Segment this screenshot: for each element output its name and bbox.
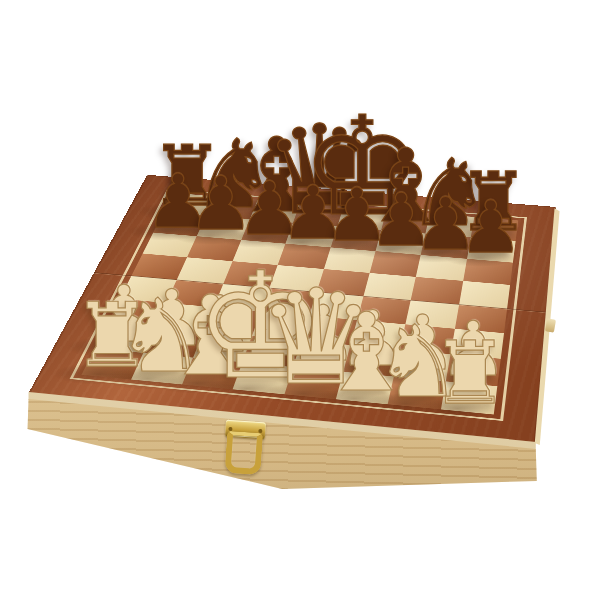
square-g1: [388, 376, 446, 409]
clasp-latch: [218, 420, 270, 481]
square-d1: [233, 362, 293, 394]
square-h1: [441, 381, 498, 414]
hinge-icon: [545, 318, 556, 332]
clasp-bail: [225, 431, 264, 475]
screw-icon: [258, 429, 262, 433]
square-e1: [284, 367, 343, 399]
chess-set-photo: ♜♞♝♛♚♝♞♜♟♟♟♟♟♟♟♟♟♟♟♟♟♟♟♟♜♞♝♚♛♝♞♜: [0, 0, 600, 600]
square-f1: [336, 372, 394, 405]
